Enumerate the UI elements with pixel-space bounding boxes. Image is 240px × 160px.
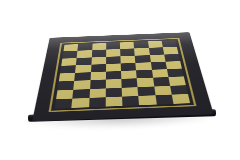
chessboard-product-photo bbox=[0, 0, 240, 160]
board-grid bbox=[49, 38, 197, 112]
board-square[interactable] bbox=[89, 97, 106, 107]
board-square[interactable] bbox=[72, 98, 89, 108]
board-square[interactable] bbox=[105, 96, 122, 106]
board-square[interactable] bbox=[122, 96, 139, 106]
board-square[interactable] bbox=[55, 98, 73, 108]
chess-board bbox=[39, 0, 203, 153]
board-square[interactable] bbox=[155, 94, 173, 104]
board-square[interactable] bbox=[139, 95, 157, 105]
board-square[interactable] bbox=[171, 94, 190, 104]
board-frame bbox=[32, 32, 214, 121]
